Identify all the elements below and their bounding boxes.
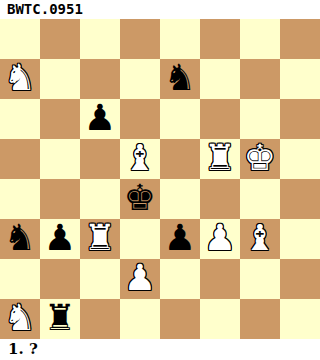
square-f7[interactable] [200, 59, 240, 99]
square-h8[interactable] [280, 19, 320, 59]
square-e8[interactable] [160, 19, 200, 59]
square-b3[interactable]: ♟ [40, 219, 80, 259]
square-a3[interactable]: ♞ [0, 219, 40, 259]
white-bishop-glyph: ♝ [124, 138, 156, 178]
square-c8[interactable] [80, 19, 120, 59]
square-e4[interactable] [160, 179, 200, 219]
square-g3[interactable]: ♝ [240, 219, 280, 259]
square-c5[interactable] [80, 139, 120, 179]
square-f8[interactable] [200, 19, 240, 59]
white-knight-glyph: ♞ [4, 298, 36, 338]
square-c3[interactable]: ♜ [80, 219, 120, 259]
square-d5[interactable]: ♝ [120, 139, 160, 179]
square-e1[interactable] [160, 299, 200, 339]
square-b4[interactable] [40, 179, 80, 219]
square-g7[interactable] [240, 59, 280, 99]
square-d6[interactable] [120, 99, 160, 139]
white-pawn-glyph: ♟ [124, 258, 156, 298]
black-pawn-glyph: ♟ [164, 218, 196, 258]
square-e2[interactable] [160, 259, 200, 299]
square-e7[interactable]: ♞ [160, 59, 200, 99]
square-h6[interactable] [280, 99, 320, 139]
square-d7[interactable] [120, 59, 160, 99]
square-e6[interactable] [160, 99, 200, 139]
square-e5[interactable] [160, 139, 200, 179]
square-f4[interactable] [200, 179, 240, 219]
square-f6[interactable] [200, 99, 240, 139]
white-pawn-glyph: ♟ [204, 218, 236, 258]
square-b1[interactable]: ♜ [40, 299, 80, 339]
square-b2[interactable] [40, 259, 80, 299]
square-a4[interactable] [0, 179, 40, 219]
chess-board: ♞♞♟♝♜♚♚♞♟♜♟♟♝♟♞♜ [0, 19, 320, 339]
square-b8[interactable] [40, 19, 80, 59]
square-h3[interactable] [280, 219, 320, 259]
square-a1[interactable]: ♞ [0, 299, 40, 339]
square-h2[interactable] [280, 259, 320, 299]
black-knight-glyph: ♞ [4, 218, 36, 258]
white-rook-glyph: ♜ [84, 218, 116, 258]
square-g1[interactable] [240, 299, 280, 339]
black-pawn-glyph: ♟ [44, 218, 76, 258]
square-a7[interactable]: ♞ [0, 59, 40, 99]
square-c4[interactable] [80, 179, 120, 219]
square-a8[interactable] [0, 19, 40, 59]
square-g2[interactable] [240, 259, 280, 299]
square-e3[interactable]: ♟ [160, 219, 200, 259]
white-knight-glyph: ♞ [4, 58, 36, 98]
square-b6[interactable] [40, 99, 80, 139]
square-d8[interactable] [120, 19, 160, 59]
square-c7[interactable] [80, 59, 120, 99]
square-f1[interactable] [200, 299, 240, 339]
square-f5[interactable]: ♜ [200, 139, 240, 179]
black-knight-glyph: ♞ [164, 58, 196, 98]
square-d1[interactable] [120, 299, 160, 339]
black-king-glyph: ♚ [124, 178, 156, 218]
move-prompt: 1. ? [0, 339, 320, 358]
square-g8[interactable] [240, 19, 280, 59]
chess-puzzle-window: BWTC.0951 ♞♞♟♝♜♚♚♞♟♜♟♟♝♟♞♜ 1. ? [0, 0, 320, 360]
white-king-glyph: ♚ [244, 138, 276, 178]
square-a6[interactable] [0, 99, 40, 139]
square-b5[interactable] [40, 139, 80, 179]
white-rook-glyph: ♜ [204, 138, 236, 178]
square-a5[interactable] [0, 139, 40, 179]
square-b7[interactable] [40, 59, 80, 99]
puzzle-id: BWTC.0951 [0, 0, 320, 19]
square-c2[interactable] [80, 259, 120, 299]
square-d2[interactable]: ♟ [120, 259, 160, 299]
square-h7[interactable] [280, 59, 320, 99]
square-c1[interactable] [80, 299, 120, 339]
white-bishop-glyph: ♝ [244, 218, 276, 258]
square-c6[interactable]: ♟ [80, 99, 120, 139]
square-g6[interactable] [240, 99, 280, 139]
square-f3[interactable]: ♟ [200, 219, 240, 259]
black-pawn-glyph: ♟ [84, 98, 116, 138]
black-rook-glyph: ♜ [44, 298, 76, 338]
square-f2[interactable] [200, 259, 240, 299]
square-h1[interactable] [280, 299, 320, 339]
square-a2[interactable] [0, 259, 40, 299]
square-d4[interactable]: ♚ [120, 179, 160, 219]
square-h4[interactable] [280, 179, 320, 219]
square-g4[interactable] [240, 179, 280, 219]
square-h5[interactable] [280, 139, 320, 179]
square-d3[interactable] [120, 219, 160, 259]
square-g5[interactable]: ♚ [240, 139, 280, 179]
